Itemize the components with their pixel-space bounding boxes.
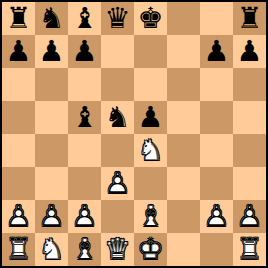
piece-black-rook[interactable]: ♜ (233, 2, 266, 35)
black-knight-icon: ♞ (35, 2, 68, 35)
square-c6[interactable] (68, 68, 101, 101)
board-frame: ♜♞♝♛♚♜♟♟♟♟♟♝♞♟♞♘♟♙♟♙♟♙♟♙♝♗♟♙♟♙♜♖♞♘♝♗♛♕♚♔… (0, 0, 268, 268)
square-a6[interactable] (2, 68, 35, 101)
black-rook-icon: ♜ (233, 2, 266, 35)
piece-black-bishop[interactable]: ♝ (68, 2, 101, 35)
square-h5[interactable] (233, 101, 266, 134)
square-d4[interactable] (101, 134, 134, 167)
square-g5[interactable] (200, 101, 233, 134)
piece-white-knight[interactable]: ♞♘ (35, 233, 68, 266)
square-f6[interactable] (167, 68, 200, 101)
square-h8[interactable]: ♜ (233, 2, 266, 35)
piece-black-rook[interactable]: ♜ (2, 2, 35, 35)
black-knight-icon: ♞ (101, 101, 134, 134)
square-f5[interactable] (167, 101, 200, 134)
square-h4[interactable] (233, 134, 266, 167)
square-c4[interactable] (68, 134, 101, 167)
square-h1[interactable]: ♜♖ (233, 233, 266, 266)
square-a2[interactable]: ♟♙ (2, 200, 35, 233)
square-d2[interactable] (101, 200, 134, 233)
white-pawn-outline-icon: ♙ (35, 200, 68, 233)
square-a3[interactable] (2, 167, 35, 200)
white-pawn-outline-icon: ♙ (2, 200, 35, 233)
white-pawn-outline-icon: ♙ (200, 200, 233, 233)
square-f8[interactable] (167, 2, 200, 35)
white-pawn-outline-icon: ♙ (68, 200, 101, 233)
white-pawn-outline-icon: ♙ (233, 200, 266, 233)
piece-white-bishop[interactable]: ♝♗ (68, 233, 101, 266)
square-c2[interactable]: ♟♙ (68, 200, 101, 233)
square-b5[interactable] (35, 101, 68, 134)
square-a4[interactable] (2, 134, 35, 167)
square-b2[interactable]: ♟♙ (35, 200, 68, 233)
square-f4[interactable] (167, 134, 200, 167)
square-e1[interactable]: ♚♔ (134, 233, 167, 266)
piece-black-bishop[interactable]: ♝ (68, 101, 101, 134)
black-pawn-icon: ♟ (2, 35, 35, 68)
square-d8[interactable]: ♛ (101, 2, 134, 35)
square-h7[interactable]: ♟ (233, 35, 266, 68)
black-pawn-icon: ♟ (35, 35, 68, 68)
square-h3[interactable] (233, 167, 266, 200)
piece-black-king[interactable]: ♚ (134, 2, 167, 35)
white-king-outline-icon: ♔ (134, 233, 167, 266)
square-e4[interactable]: ♞♘ (134, 134, 167, 167)
piece-white-pawn[interactable]: ♟♙ (2, 200, 35, 233)
piece-white-king[interactable]: ♚♔ (134, 233, 167, 266)
square-f1[interactable] (167, 233, 200, 266)
chess-board: ♜♞♝♛♚♜♟♟♟♟♟♝♞♟♞♘♟♙♟♙♟♙♟♙♝♗♟♙♟♙♜♖♞♘♝♗♛♕♚♔… (2, 2, 266, 266)
square-h2[interactable]: ♟♙ (233, 200, 266, 233)
black-rook-icon: ♜ (2, 2, 35, 35)
white-rook-outline-icon: ♖ (233, 233, 266, 266)
piece-white-queen[interactable]: ♛♕ (101, 233, 134, 266)
white-queen-outline-icon: ♕ (101, 233, 134, 266)
black-pawn-icon: ♟ (134, 101, 167, 134)
square-d1[interactable]: ♛♕ (101, 233, 134, 266)
square-g7[interactable]: ♟ (200, 35, 233, 68)
piece-black-pawn[interactable]: ♟ (2, 35, 35, 68)
square-a8[interactable]: ♜ (2, 2, 35, 35)
square-f3[interactable] (167, 167, 200, 200)
piece-white-rook[interactable]: ♜♖ (233, 233, 266, 266)
square-b7[interactable]: ♟ (35, 35, 68, 68)
black-pawn-icon: ♟ (200, 35, 233, 68)
piece-black-pawn[interactable]: ♟ (233, 35, 266, 68)
piece-black-pawn[interactable]: ♟ (134, 101, 167, 134)
square-d6[interactable] (101, 68, 134, 101)
piece-white-pawn[interactable]: ♟♙ (68, 200, 101, 233)
square-c3[interactable] (68, 167, 101, 200)
square-h6[interactable] (233, 68, 266, 101)
square-a1[interactable]: ♜♖ (2, 233, 35, 266)
square-g4[interactable] (200, 134, 233, 167)
piece-black-pawn[interactable]: ♟ (200, 35, 233, 68)
square-g2[interactable]: ♟♙ (200, 200, 233, 233)
square-g6[interactable] (200, 68, 233, 101)
square-g1[interactable] (200, 233, 233, 266)
square-d7[interactable] (101, 35, 134, 68)
black-pawn-icon: ♟ (68, 35, 101, 68)
square-b3[interactable] (35, 167, 68, 200)
white-knight-outline-icon: ♘ (134, 134, 167, 167)
square-e3[interactable] (134, 167, 167, 200)
square-g8[interactable] (200, 2, 233, 35)
white-pawn-outline-icon: ♙ (101, 167, 134, 200)
white-bishop-outline-icon: ♗ (134, 200, 167, 233)
square-f2[interactable] (167, 200, 200, 233)
square-g3[interactable] (200, 167, 233, 200)
square-a7[interactable]: ♟ (2, 35, 35, 68)
piece-white-pawn[interactable]: ♟♙ (200, 200, 233, 233)
square-a5[interactable] (2, 101, 35, 134)
piece-white-pawn[interactable]: ♟♙ (101, 167, 134, 200)
black-king-icon: ♚ (134, 2, 167, 35)
black-bishop-icon: ♝ (68, 2, 101, 35)
piece-black-queen[interactable]: ♛ (101, 2, 134, 35)
square-e5[interactable]: ♟ (134, 101, 167, 134)
square-e7[interactable] (134, 35, 167, 68)
piece-black-pawn[interactable]: ♟ (35, 35, 68, 68)
square-d5[interactable]: ♞ (101, 101, 134, 134)
piece-white-bishop[interactable]: ♝♗ (134, 200, 167, 233)
square-c7[interactable]: ♟ (68, 35, 101, 68)
square-c1[interactable]: ♝♗ (68, 233, 101, 266)
piece-white-knight[interactable]: ♞♘ (134, 134, 167, 167)
square-d3[interactable]: ♟♙ (101, 167, 134, 200)
square-b6[interactable] (35, 68, 68, 101)
white-knight-outline-icon: ♘ (35, 233, 68, 266)
piece-white-pawn[interactable]: ♟♙ (233, 200, 266, 233)
square-b1[interactable]: ♞♘ (35, 233, 68, 266)
square-c5[interactable]: ♝ (68, 101, 101, 134)
white-bishop-outline-icon: ♗ (68, 233, 101, 266)
black-bishop-icon: ♝ (68, 101, 101, 134)
piece-black-knight[interactable]: ♞ (35, 2, 68, 35)
piece-black-knight[interactable]: ♞ (101, 101, 134, 134)
square-f7[interactable] (167, 35, 200, 68)
square-c8[interactable]: ♝ (68, 2, 101, 35)
black-pawn-icon: ♟ (233, 35, 266, 68)
square-e6[interactable] (134, 68, 167, 101)
square-e2[interactable]: ♝♗ (134, 200, 167, 233)
piece-white-pawn[interactable]: ♟♙ (35, 200, 68, 233)
square-b4[interactable] (35, 134, 68, 167)
square-b8[interactable]: ♞ (35, 2, 68, 35)
piece-black-pawn[interactable]: ♟ (68, 35, 101, 68)
piece-white-rook[interactable]: ♜♖ (2, 233, 35, 266)
square-e8[interactable]: ♚ (134, 2, 167, 35)
black-queen-icon: ♛ (101, 2, 134, 35)
white-rook-outline-icon: ♖ (2, 233, 35, 266)
